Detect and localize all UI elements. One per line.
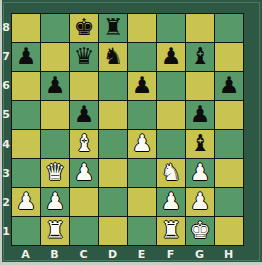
square-e2[interactable] xyxy=(128,188,156,216)
rank-label-2: 2 xyxy=(1,188,11,217)
white-pawn-icon: ♟ xyxy=(190,190,211,213)
file-label-d: D xyxy=(98,246,127,262)
square-g3[interactable]: ♟ xyxy=(186,159,214,187)
white-queen-icon: ♛ xyxy=(45,161,66,184)
square-c2[interactable] xyxy=(70,188,98,216)
black-pawn-icon: ♟ xyxy=(219,74,240,97)
square-h4[interactable] xyxy=(215,130,243,158)
square-d7[interactable]: ♞ xyxy=(99,43,127,71)
black-bishop-icon: ♝ xyxy=(190,45,211,68)
rank-label-7: 7 xyxy=(1,42,11,71)
square-f2[interactable]: ♟ xyxy=(157,188,185,216)
square-f1[interactable]: ♜ xyxy=(157,217,185,245)
file-label-g: G xyxy=(185,246,214,262)
square-b6[interactable]: ♟ xyxy=(41,72,69,100)
square-c5[interactable]: ♟ xyxy=(70,101,98,129)
square-a4[interactable] xyxy=(12,130,40,158)
square-c1[interactable] xyxy=(70,217,98,245)
square-g5[interactable]: ♟ xyxy=(186,101,214,129)
square-a3[interactable] xyxy=(12,159,40,187)
white-pawn-icon: ♟ xyxy=(45,190,66,213)
board-area: 87654321 ♚♜♟♛♞♟♝♟♟♟♟♟♝♟♝♛♟♞♟♟♟♟♟♜♜♚ ABCD… xyxy=(1,13,244,262)
white-pawn-icon: ♟ xyxy=(74,161,95,184)
square-d6[interactable] xyxy=(99,72,127,100)
square-a1[interactable] xyxy=(12,217,40,245)
black-rook-icon: ♜ xyxy=(103,16,124,39)
square-e3[interactable] xyxy=(128,159,156,187)
white-king-icon: ♚ xyxy=(190,219,211,242)
black-pawn-icon: ♟ xyxy=(45,74,66,97)
rank-label-4: 4 xyxy=(1,130,11,159)
square-d3[interactable] xyxy=(99,159,127,187)
square-b7[interactable] xyxy=(41,43,69,71)
chess-diagram: 87654321 ♚♜♟♛♞♟♝♟♟♟♟♟♝♟♝♛♟♞♟♟♟♟♟♜♜♚ ABCD… xyxy=(0,0,262,265)
rank-label-5: 5 xyxy=(1,100,11,129)
square-g2[interactable]: ♟ xyxy=(186,188,214,216)
square-g1[interactable]: ♚ xyxy=(186,217,214,245)
square-c4[interactable]: ♝ xyxy=(70,130,98,158)
square-e5[interactable] xyxy=(128,101,156,129)
black-bishop-icon: ♝ xyxy=(190,132,211,155)
square-c6[interactable] xyxy=(70,72,98,100)
square-a5[interactable] xyxy=(12,101,40,129)
square-f5[interactable] xyxy=(157,101,185,129)
square-e1[interactable] xyxy=(128,217,156,245)
white-rook-icon: ♜ xyxy=(161,219,182,242)
black-king-icon: ♚ xyxy=(74,16,95,39)
white-pawn-icon: ♟ xyxy=(132,132,153,155)
square-b2[interactable]: ♟ xyxy=(41,188,69,216)
square-a8[interactable] xyxy=(12,14,40,42)
black-pawn-icon: ♟ xyxy=(132,74,153,97)
white-rook-icon: ♜ xyxy=(45,219,66,242)
square-a6[interactable] xyxy=(12,72,40,100)
file-label-e: E xyxy=(127,246,156,262)
square-d1[interactable] xyxy=(99,217,127,245)
square-e6[interactable]: ♟ xyxy=(128,72,156,100)
square-a2[interactable]: ♟ xyxy=(12,188,40,216)
square-f4[interactable] xyxy=(157,130,185,158)
square-g4[interactable]: ♝ xyxy=(186,130,214,158)
square-g8[interactable] xyxy=(186,14,214,42)
black-knight-icon: ♞ xyxy=(103,45,124,68)
file-label-h: H xyxy=(214,246,243,262)
black-pawn-icon: ♟ xyxy=(190,103,211,126)
square-h1[interactable] xyxy=(215,217,243,245)
black-pawn-icon: ♟ xyxy=(16,45,37,68)
white-pawn-icon: ♟ xyxy=(190,161,211,184)
rank-labels: 87654321 xyxy=(1,13,11,246)
black-pawn-icon: ♟ xyxy=(161,45,182,68)
white-pawn-icon: ♟ xyxy=(16,190,37,213)
rank-label-8: 8 xyxy=(1,13,11,42)
square-e4[interactable]: ♟ xyxy=(128,130,156,158)
square-h7[interactable] xyxy=(215,43,243,71)
file-label-f: F xyxy=(156,246,185,262)
rank-label-1: 1 xyxy=(1,217,11,246)
black-queen-icon: ♛ xyxy=(74,45,95,68)
square-b5[interactable] xyxy=(41,101,69,129)
black-pawn-icon: ♟ xyxy=(74,103,95,126)
square-d8[interactable]: ♜ xyxy=(99,14,127,42)
file-label-a: A xyxy=(11,246,40,262)
square-c8[interactable]: ♚ xyxy=(70,14,98,42)
square-h2[interactable] xyxy=(215,188,243,216)
square-d2[interactable] xyxy=(99,188,127,216)
square-f7[interactable]: ♟ xyxy=(157,43,185,71)
white-knight-icon: ♞ xyxy=(161,161,182,184)
square-b1[interactable]: ♜ xyxy=(41,217,69,245)
square-f6[interactable] xyxy=(157,72,185,100)
square-h6[interactable]: ♟ xyxy=(215,72,243,100)
square-d4[interactable] xyxy=(99,130,127,158)
square-h5[interactable] xyxy=(215,101,243,129)
square-f3[interactable]: ♞ xyxy=(157,159,185,187)
square-a7[interactable]: ♟ xyxy=(12,43,40,71)
square-e8[interactable] xyxy=(128,14,156,42)
square-g6[interactable] xyxy=(186,72,214,100)
square-b3[interactable]: ♛ xyxy=(41,159,69,187)
square-g7[interactable]: ♝ xyxy=(186,43,214,71)
file-labels: ABCDEFGH xyxy=(11,246,244,262)
white-bishop-icon: ♝ xyxy=(74,132,95,155)
square-e7[interactable] xyxy=(128,43,156,71)
square-b8[interactable] xyxy=(41,14,69,42)
square-h8[interactable] xyxy=(215,14,243,42)
square-c3[interactable]: ♟ xyxy=(70,159,98,187)
file-label-c: C xyxy=(69,246,98,262)
rank-label-3: 3 xyxy=(1,159,11,188)
file-label-b: B xyxy=(40,246,69,262)
square-h3[interactable] xyxy=(215,159,243,187)
white-pawn-icon: ♟ xyxy=(161,190,182,213)
rank-label-6: 6 xyxy=(1,71,11,100)
square-b4[interactable] xyxy=(41,130,69,158)
square-c7[interactable]: ♛ xyxy=(70,43,98,71)
square-d5[interactable] xyxy=(99,101,127,129)
square-f8[interactable] xyxy=(157,14,185,42)
board: ♚♜♟♛♞♟♝♟♟♟♟♟♝♟♝♛♟♞♟♟♟♟♟♜♜♚ xyxy=(11,13,244,246)
